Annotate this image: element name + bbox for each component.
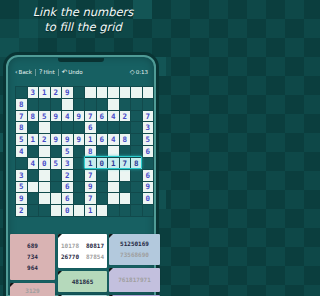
grid-cell[interactable]: 7 bbox=[16, 111, 27, 122]
promo-title-line1: Link the numbers bbox=[0, 5, 166, 20]
grid-cell[interactable]: 4 bbox=[28, 158, 39, 169]
timer-value: 0:13 bbox=[136, 69, 148, 75]
grid-cell-blocked bbox=[51, 99, 62, 110]
grid-cell-blocked bbox=[74, 193, 85, 204]
grid-cell-blocked bbox=[131, 122, 142, 133]
grid-cell[interactable]: 2 bbox=[51, 87, 62, 98]
grid-cell[interactable] bbox=[108, 87, 119, 98]
grid-cell-blocked bbox=[28, 193, 39, 204]
grid-cell[interactable]: 9 bbox=[62, 134, 73, 145]
grid-cell[interactable]: 6 bbox=[62, 193, 73, 204]
grid-cell[interactable]: 6 bbox=[97, 111, 108, 122]
grid-cell-blocked bbox=[16, 87, 27, 98]
tray-tile-lavender: 761817971 bbox=[109, 268, 160, 292]
grid-cell[interactable]: 9 bbox=[74, 111, 85, 122]
grid-cell[interactable]: 0 bbox=[62, 205, 73, 216]
grid-cell[interactable]: 5 bbox=[16, 134, 27, 145]
grid-cell[interactable] bbox=[120, 87, 131, 98]
grid-cell-blocked bbox=[131, 99, 142, 110]
grid-cell[interactable] bbox=[39, 170, 50, 181]
grid-cell-blocked bbox=[51, 170, 62, 181]
grid-cell[interactable]: 5 bbox=[51, 158, 62, 169]
grid-cell-blocked bbox=[51, 182, 62, 193]
grid-cell[interactable]: 8 bbox=[16, 122, 27, 133]
tray-tile-pink-2: 3129 bbox=[10, 283, 55, 296]
grid-cell[interactable]: 5 bbox=[62, 146, 73, 157]
grid-cell-blocked bbox=[28, 122, 39, 133]
grid-cell[interactable]: 2 bbox=[39, 134, 50, 145]
grid-cell[interactable] bbox=[143, 87, 154, 98]
grid-cell[interactable] bbox=[120, 170, 131, 181]
tray-number: 87854 bbox=[83, 253, 107, 261]
grid-cell[interactable]: 8 bbox=[85, 146, 96, 157]
grid-cell-blocked bbox=[97, 193, 108, 204]
grid-cell-blocked bbox=[28, 205, 39, 216]
back-label: Back bbox=[19, 69, 32, 75]
grid-cell-blocked bbox=[51, 146, 62, 157]
grid-cell[interactable]: 7 bbox=[85, 111, 96, 122]
grid-cell[interactable]: 4 bbox=[108, 111, 119, 122]
grid-cell[interactable] bbox=[62, 99, 73, 110]
grid-cell[interactable]: 3 bbox=[28, 87, 39, 98]
chevron-left-icon: ‹ bbox=[15, 69, 18, 75]
grid-cell-blocked bbox=[74, 87, 85, 98]
phone-notch bbox=[58, 58, 104, 62]
grid-cell[interactable]: 1 bbox=[85, 134, 96, 145]
grid-cell[interactable]: 2 bbox=[16, 205, 27, 216]
grid-cell-blocked bbox=[74, 170, 85, 181]
clock-icon: ◇ bbox=[130, 69, 135, 75]
grid-cell[interactable]: 9 bbox=[51, 111, 62, 122]
grid-cell-blocked bbox=[62, 122, 73, 133]
grid-cell-blocked bbox=[97, 170, 108, 181]
grid-cell[interactable]: 1 bbox=[39, 87, 50, 98]
grid-cell[interactable]: 6 bbox=[143, 146, 154, 157]
grid-cell[interactable] bbox=[74, 205, 85, 216]
grid-cell-blocked bbox=[120, 122, 131, 133]
grid-cell[interactable]: 7 bbox=[85, 170, 96, 181]
grid-cell[interactable] bbox=[120, 193, 131, 204]
promo-title: Link the numbers to fill the grid bbox=[0, 5, 166, 35]
grid-cell[interactable]: 9 bbox=[74, 134, 85, 145]
grid-cell-blocked bbox=[131, 146, 142, 157]
grid-cell-blocked bbox=[120, 205, 131, 216]
grid-cell-blocked bbox=[74, 158, 85, 169]
grid-cell[interactable]: 1 bbox=[85, 158, 96, 169]
grid-cell-blocked bbox=[74, 99, 85, 110]
grid-cell-blocked bbox=[74, 122, 85, 133]
undo-button[interactable]: ↶ Undo bbox=[59, 69, 86, 75]
grid-cell-blocked bbox=[97, 122, 108, 133]
grid-cell[interactable]: 8 bbox=[16, 99, 27, 110]
grid-cell[interactable]: 3 bbox=[143, 122, 154, 133]
grid-cell-blocked bbox=[131, 182, 142, 193]
grid-cell-blocked bbox=[143, 99, 154, 110]
grid-cell-blocked bbox=[131, 170, 142, 181]
question-mark-icon: ? bbox=[39, 69, 42, 75]
grid-cell-blocked bbox=[74, 182, 85, 193]
grid-cell[interactable]: 8 bbox=[120, 134, 131, 145]
tray-tile-green: 481865 bbox=[58, 271, 107, 292]
grid-cell[interactable] bbox=[28, 182, 39, 193]
grid-cell[interactable] bbox=[39, 182, 50, 193]
grid-cell[interactable]: 2 bbox=[120, 111, 131, 122]
grid-cell-blocked bbox=[51, 122, 62, 133]
grid-cell[interactable]: 5 bbox=[16, 182, 27, 193]
grid-cell-blocked bbox=[108, 122, 119, 133]
grid-cell[interactable]: 3 bbox=[16, 170, 27, 181]
toolbar: ‹ Back ? Hint ↶ Undo ◇ 0:13 bbox=[12, 66, 150, 78]
grid-cell[interactable]: 6 bbox=[97, 134, 108, 145]
tray-tile-pink-1: 689734964 bbox=[10, 234, 55, 280]
grid-cell-blocked bbox=[28, 99, 39, 110]
grid-cell-blocked bbox=[131, 111, 142, 122]
grid-cell[interactable]: 8 bbox=[131, 158, 142, 169]
tray-number[interactable]: 734 bbox=[10, 253, 55, 261]
hint-button[interactable]: ? Hint bbox=[36, 69, 58, 75]
grid-cell-blocked bbox=[97, 146, 108, 157]
tray-tile-blue: 5125016973568690 bbox=[109, 234, 160, 265]
undo-label: Undo bbox=[68, 69, 82, 75]
grid-cell[interactable] bbox=[108, 99, 119, 110]
grid-cell[interactable]: 3 bbox=[62, 158, 73, 169]
grid-cell[interactable]: 7 bbox=[120, 158, 131, 169]
grid-cell[interactable] bbox=[39, 122, 50, 133]
grid-cell[interactable] bbox=[131, 87, 142, 98]
grid-cell-blocked bbox=[131, 134, 142, 145]
grid-cell[interactable] bbox=[51, 205, 62, 216]
tray-number: 73568690 bbox=[109, 251, 160, 259]
promo-screenshot: { "game": "number-fill-crossword", "titl… bbox=[0, 0, 166, 296]
grid-cell[interactable]: 1 bbox=[85, 205, 96, 216]
grid-cell[interactable]: 9 bbox=[62, 87, 73, 98]
grid-cell[interactable]: 6 bbox=[143, 170, 154, 181]
grid-cell-blocked bbox=[39, 99, 50, 110]
grid-cell[interactable]: 9 bbox=[143, 182, 154, 193]
grid-cell[interactable]: 0 bbox=[39, 158, 50, 169]
grid-cell[interactable]: 6 bbox=[85, 122, 96, 133]
grid-cell[interactable]: 0 bbox=[143, 193, 154, 204]
hint-label: Hint bbox=[43, 69, 54, 75]
grid-cell[interactable]: 5 bbox=[143, 134, 154, 145]
grid-cell[interactable] bbox=[108, 182, 119, 193]
back-button[interactable]: ‹ Back bbox=[12, 69, 35, 75]
grid-cell-blocked bbox=[131, 205, 142, 216]
grid-cell[interactable] bbox=[39, 193, 50, 204]
grid-cell[interactable]: 4 bbox=[16, 146, 27, 157]
tray-number[interactable]: 80817 bbox=[83, 242, 107, 250]
tray-number: 761817971 bbox=[109, 276, 160, 284]
grid-cell[interactable]: 0 bbox=[97, 158, 108, 169]
grid-cell[interactable] bbox=[39, 146, 50, 157]
grid-cell[interactable] bbox=[108, 170, 119, 181]
grid-cell[interactable] bbox=[85, 87, 96, 98]
grid-cell[interactable]: 6 bbox=[62, 182, 73, 193]
grid-cell[interactable]: 5 bbox=[39, 111, 50, 122]
grid-cell-blocked bbox=[120, 146, 131, 157]
grid-cell[interactable] bbox=[108, 146, 119, 157]
grid-cell[interactable]: 7 bbox=[85, 193, 96, 204]
grid-cell-blocked bbox=[108, 205, 119, 216]
grid-cell[interactable]: 9 bbox=[16, 193, 27, 204]
grid-cell[interactable] bbox=[51, 193, 62, 204]
grid-cell-blocked bbox=[85, 99, 96, 110]
promo-title-line2: to fill the grid bbox=[0, 20, 166, 35]
game-panel: ‹ Back ? Hint ↶ Undo ◇ 0:13 312987859497… bbox=[6, 55, 156, 296]
grid-cell-blocked bbox=[143, 205, 154, 216]
grid-cell[interactable]: 9 bbox=[51, 134, 62, 145]
grid-cell[interactable]: 4 bbox=[62, 111, 73, 122]
grid-cell[interactable]: 9 bbox=[85, 182, 96, 193]
grid-cell-blocked bbox=[131, 193, 142, 204]
grid-cell-blocked bbox=[74, 146, 85, 157]
grid-cell[interactable] bbox=[97, 87, 108, 98]
grid-cell-blocked bbox=[28, 170, 39, 181]
tray-number[interactable]: 481865 bbox=[58, 278, 107, 286]
tray-number[interactable]: 26770 bbox=[58, 253, 82, 261]
grid-cell[interactable]: 1 bbox=[108, 158, 119, 169]
grid-cell-blocked bbox=[16, 158, 27, 169]
grid-cell-blocked bbox=[28, 146, 39, 157]
grid-cell-blocked bbox=[120, 99, 131, 110]
grid-cell[interactable]: 7 bbox=[143, 111, 154, 122]
grid-cell[interactable] bbox=[108, 193, 119, 204]
grid-cell[interactable]: 2 bbox=[62, 170, 73, 181]
timer-display: ◇ 0:13 bbox=[130, 69, 150, 75]
tray-number[interactable]: 51250169 bbox=[109, 240, 160, 248]
grid-cell-blocked bbox=[97, 99, 108, 110]
tray-number[interactable]: 689 bbox=[10, 242, 55, 250]
grid-cell[interactable]: 1 bbox=[28, 134, 39, 145]
grid-cell-blocked bbox=[39, 205, 50, 216]
grid-cell[interactable] bbox=[97, 205, 108, 216]
tray-tile-white: 10178808172677087854 bbox=[58, 234, 107, 268]
undo-arrow-icon: ↶ bbox=[62, 69, 67, 75]
tray-number: 3129 bbox=[10, 287, 55, 295]
tray-number[interactable]: 964 bbox=[10, 264, 55, 272]
tray-number: 10178 bbox=[58, 242, 82, 250]
grid-cell[interactable]: 8 bbox=[28, 111, 39, 122]
grid-cell[interactable]: 4 bbox=[108, 134, 119, 145]
grid-cell-blocked bbox=[143, 158, 154, 169]
grid-cell-blocked bbox=[120, 182, 131, 193]
grid-cell-blocked bbox=[97, 182, 108, 193]
puzzle-grid: 3129878594976427863512999164854586405310… bbox=[15, 86, 154, 217]
